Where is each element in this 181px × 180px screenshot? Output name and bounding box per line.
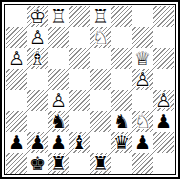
square-f5[interactable] — [111, 69, 132, 90]
square-g6[interactable]: ♛♕ — [132, 48, 153, 69]
piece-glyph: ♞ — [111, 111, 132, 132]
piece-outline-layer: ♕ — [132, 48, 153, 69]
square-g2[interactable]: ♟ — [132, 132, 153, 153]
piece-glyph: ♟ — [153, 111, 174, 132]
piece-black-knight: ♞ — [111, 111, 132, 132]
piece-outline-layer: ♖ — [90, 6, 111, 27]
square-a3[interactable] — [6, 111, 27, 132]
square-e2[interactable] — [90, 132, 111, 153]
piece-white-pawn: ♟♙ — [153, 90, 174, 111]
piece-outline-layer: ♙ — [132, 69, 153, 90]
piece-black-rook: ♜ — [48, 153, 69, 174]
piece-white-pawn: ♟♙ — [27, 27, 48, 48]
square-g5[interactable]: ♟♙ — [132, 69, 153, 90]
square-b5[interactable] — [27, 69, 48, 90]
piece-black-bishop: ♝ — [69, 132, 90, 153]
piece-outline-layer: ♘ — [90, 27, 111, 48]
square-b2[interactable]: ♟ — [27, 132, 48, 153]
square-h6[interactable] — [153, 48, 174, 69]
square-c4[interactable]: ♟♙ — [48, 90, 69, 111]
square-d2[interactable]: ♝ — [69, 132, 90, 153]
square-b7[interactable]: ♟♙ — [27, 27, 48, 48]
piece-outline-layer: ♔ — [27, 6, 48, 27]
square-e5[interactable] — [90, 69, 111, 90]
piece-glyph: ♚ — [27, 153, 48, 174]
piece-glyph: ♞ — [48, 111, 69, 132]
piece-white-queen: ♛♕ — [132, 48, 153, 69]
piece-black-knight: ♞ — [48, 111, 69, 132]
square-c1[interactable]: ♜ — [48, 153, 69, 174]
square-h4[interactable]: ♟♙ — [153, 90, 174, 111]
square-h1[interactable] — [153, 153, 174, 174]
piece-outline-layer: ♘ — [132, 111, 153, 132]
square-c2[interactable]: ♟ — [48, 132, 69, 153]
square-f3[interactable]: ♞ — [111, 111, 132, 132]
square-e7[interactable]: ♞♘ — [90, 27, 111, 48]
square-e6[interactable] — [90, 48, 111, 69]
square-a7[interactable] — [6, 27, 27, 48]
square-e8[interactable]: ♜♖ — [90, 6, 111, 27]
square-g4[interactable] — [132, 90, 153, 111]
piece-white-pawn: ♟♙ — [132, 69, 153, 90]
square-h5[interactable] — [153, 69, 174, 90]
square-g8[interactable] — [132, 6, 153, 27]
piece-outline-layer: ♙ — [153, 90, 174, 111]
square-f7[interactable] — [111, 27, 132, 48]
square-h8[interactable] — [153, 6, 174, 27]
square-a4[interactable] — [6, 90, 27, 111]
piece-glyph: ♟ — [27, 132, 48, 153]
square-e4[interactable] — [90, 90, 111, 111]
square-c6[interactable] — [48, 48, 69, 69]
square-a1[interactable] — [6, 153, 27, 174]
piece-outline-layer: ♗ — [27, 48, 48, 69]
piece-outline-layer: ♙ — [27, 27, 48, 48]
square-g3[interactable]: ♞♘ — [132, 111, 153, 132]
piece-black-queen: ♛ — [111, 132, 132, 153]
piece-glyph: ♜ — [90, 153, 111, 174]
square-d8[interactable] — [69, 6, 90, 27]
square-b1[interactable]: ♚ — [27, 153, 48, 174]
square-b3[interactable] — [27, 111, 48, 132]
square-h2[interactable] — [153, 132, 174, 153]
piece-black-pawn: ♟ — [153, 111, 174, 132]
square-a6[interactable]: ♟♙ — [6, 48, 27, 69]
square-b8[interactable]: ♚♔ — [27, 6, 48, 27]
square-h7[interactable] — [153, 27, 174, 48]
square-c8[interactable]: ♜♖ — [48, 6, 69, 27]
piece-black-pawn: ♟ — [27, 132, 48, 153]
piece-glyph: ♜ — [48, 153, 69, 174]
piece-white-pawn: ♟♙ — [48, 90, 69, 111]
board-frame: ♚♔♜♖♜♖♟♙♞♘♟♙♝♗♛♕♟♙♟♙♟♙♞♞♞♘♟♟♟♟♝♛♟♚♜♜ — [0, 0, 180, 179]
square-g1[interactable] — [132, 153, 153, 174]
square-b4[interactable] — [27, 90, 48, 111]
square-c7[interactable] — [48, 27, 69, 48]
chess-board: ♚♔♜♖♜♖♟♙♞♘♟♙♝♗♛♕♟♙♟♙♟♙♞♞♞♘♟♟♟♟♝♛♟♚♜♜ — [6, 6, 174, 174]
square-a8[interactable] — [6, 6, 27, 27]
square-e3[interactable] — [90, 111, 111, 132]
square-f6[interactable] — [111, 48, 132, 69]
piece-outline-layer: ♙ — [48, 90, 69, 111]
square-d5[interactable] — [69, 69, 90, 90]
square-c5[interactable] — [48, 69, 69, 90]
piece-black-pawn: ♟ — [48, 132, 69, 153]
piece-white-bishop: ♝♗ — [27, 48, 48, 69]
square-a2[interactable]: ♟ — [6, 132, 27, 153]
piece-black-rook: ♜ — [90, 153, 111, 174]
piece-outline-layer: ♙ — [6, 48, 27, 69]
piece-white-pawn: ♟♙ — [6, 48, 27, 69]
piece-white-rook: ♜♖ — [48, 6, 69, 27]
piece-glyph: ♛ — [111, 132, 132, 153]
piece-white-knight: ♞♘ — [90, 27, 111, 48]
piece-white-rook: ♜♖ — [90, 6, 111, 27]
square-d7[interactable] — [69, 27, 90, 48]
square-g7[interactable] — [132, 27, 153, 48]
board-inner-border: ♚♔♜♖♜♖♟♙♞♘♟♙♝♗♛♕♟♙♟♙♟♙♞♞♞♘♟♟♟♟♝♛♟♚♜♜ — [4, 4, 176, 175]
square-f2[interactable]: ♛ — [111, 132, 132, 153]
piece-outline-layer: ♖ — [48, 6, 69, 27]
piece-black-pawn: ♟ — [132, 132, 153, 153]
piece-white-king: ♚♔ — [27, 6, 48, 27]
piece-glyph: ♝ — [69, 132, 90, 153]
square-h3[interactable]: ♟ — [153, 111, 174, 132]
square-d3[interactable] — [69, 111, 90, 132]
piece-white-knight: ♞♘ — [132, 111, 153, 132]
square-d1[interactable] — [69, 153, 90, 174]
square-f1[interactable] — [111, 153, 132, 174]
square-b6[interactable]: ♝♗ — [27, 48, 48, 69]
piece-black-pawn: ♟ — [6, 132, 27, 153]
square-f4[interactable] — [111, 90, 132, 111]
piece-glyph: ♟ — [48, 132, 69, 153]
square-d6[interactable] — [69, 48, 90, 69]
piece-glyph: ♟ — [132, 132, 153, 153]
square-f8[interactable] — [111, 6, 132, 27]
square-a5[interactable] — [6, 69, 27, 90]
piece-glyph: ♟ — [6, 132, 27, 153]
square-d4[interactable] — [69, 90, 90, 111]
piece-black-king: ♚ — [27, 153, 48, 174]
square-e1[interactable]: ♜ — [90, 153, 111, 174]
square-c3[interactable]: ♞ — [48, 111, 69, 132]
